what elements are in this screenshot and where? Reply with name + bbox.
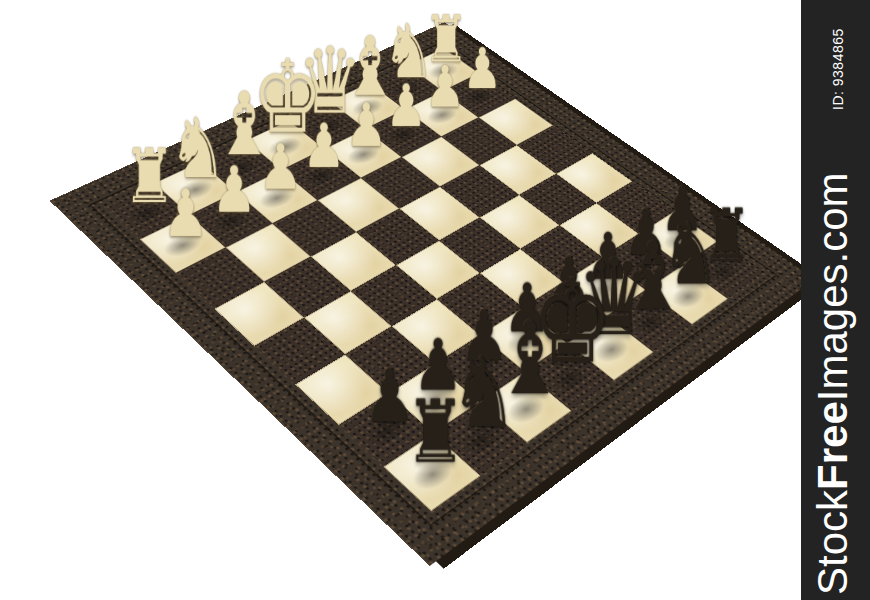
piece-white-pawn: ♟ — [345, 96, 387, 156]
site-name-prefix: Stock — [809, 490, 856, 595]
piece-white-pawn: ♟ — [386, 77, 427, 135]
square-a5 — [556, 153, 632, 203]
piece-white-pawn: ♟ — [462, 41, 501, 97]
board-photo: ♜♞♝♚♛♝♞♜♟♟♟♟♟♟♟♟♟♟♟♟♟♟♟♟♜♞♝♚♛♝♞♜ — [0, 0, 801, 600]
image-id-label: ID: 9384865 — [830, 28, 846, 110]
piece-black-rook: ♜ — [406, 389, 467, 475]
site-name-bold: Free — [809, 401, 856, 490]
piece-white-pawn: ♟ — [302, 115, 345, 176]
piece-white-pawn: ♟ — [211, 158, 256, 222]
square-e4 — [356, 209, 439, 265]
site-name-suffix: Images.com — [809, 172, 856, 401]
stock-photo-page: ♜♞♝♚♛♝♞♜♟♟♟♟♟♟♟♟♟♟♟♟♟♟♟♟♜♞♝♚♛♝♞♜ ID: 938… — [0, 0, 870, 600]
board-grid: ♜♞♝♚♛♝♞♜♟♟♟♟♟♟♟♟♟♟♟♟♟♟♟♟♜♞♝♚♛♝♞♜ — [105, 48, 763, 511]
watermark-bar: ID: 9384865 StockFreeImages.com — [801, 0, 870, 600]
piece-white-pawn: ♟ — [163, 181, 209, 246]
piece-white-pawn: ♟ — [425, 58, 465, 115]
square-e3 — [318, 178, 399, 232]
piece-white-pawn: ♟ — [258, 136, 302, 198]
chessboard: ♜♞♝♚♛♝♞♜♟♟♟♟♟♟♟♟♟♟♟♟♟♟♟♟♜♞♝♚♛♝♞♜ — [50, 22, 801, 566]
site-name: StockFreeImages.com — [809, 172, 857, 595]
board-scene: ♜♞♝♚♛♝♞♜♟♟♟♟♟♟♟♟♟♟♟♟♟♟♟♟♜♞♝♚♛♝♞♜ — [50, 22, 801, 566]
